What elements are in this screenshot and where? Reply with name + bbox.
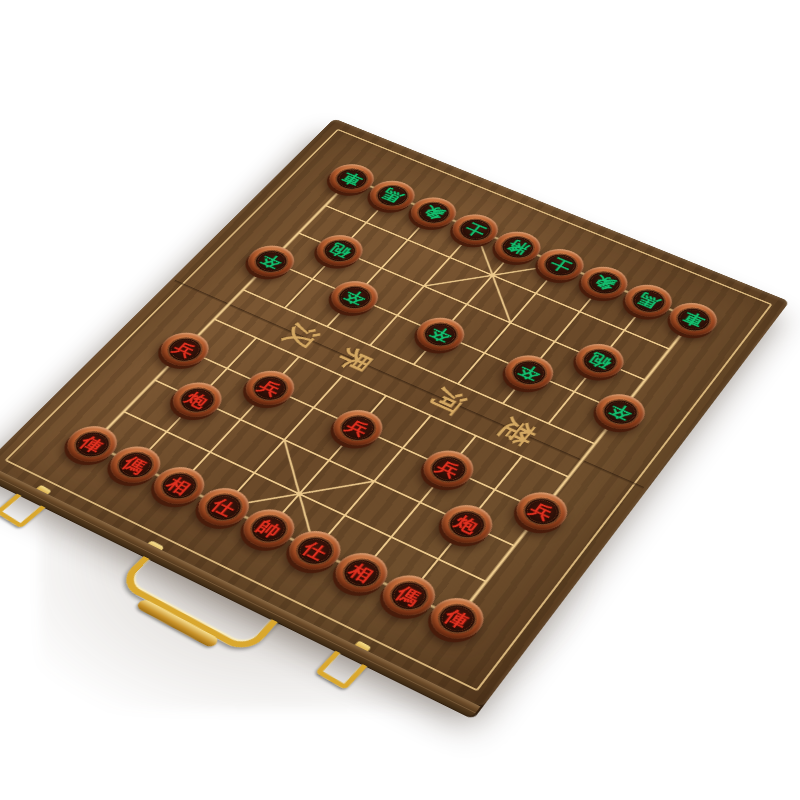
piece-character: 帥 <box>253 517 284 540</box>
piece-face: 俥 <box>431 598 483 639</box>
piece-face: 兵 <box>517 492 567 530</box>
piece-face: 炮 <box>442 505 493 543</box>
piece-character: 卒 <box>606 401 635 422</box>
piece-character: 象 <box>420 203 447 221</box>
piece-character: 卒 <box>341 287 369 306</box>
piece-face: 將 <box>495 232 540 263</box>
piece-character: 仕 <box>299 539 330 562</box>
piece-face: 炮 <box>173 382 222 417</box>
piece-character: 兵 <box>434 458 464 480</box>
piece-face: 兵 <box>333 410 382 445</box>
piece-face: 仕 <box>198 488 249 526</box>
piece-character: 相 <box>164 474 195 496</box>
piece-face: 兵 <box>246 371 295 405</box>
piece-face: 馬 <box>370 181 415 210</box>
latch-post <box>34 485 52 498</box>
piece-character: 傌 <box>120 454 150 476</box>
piece-face: 卒 <box>331 281 378 313</box>
piece-character: 仕 <box>208 496 239 519</box>
piece-character: 象 <box>590 273 617 292</box>
piece-character: 傌 <box>393 583 424 607</box>
piece-character: 兵 <box>170 339 199 359</box>
piece-face: 砲 <box>317 235 363 266</box>
piece-face: 傌 <box>383 575 435 615</box>
piece-character: 卒 <box>515 362 544 382</box>
piece-character: 車 <box>338 170 365 187</box>
piece-face: 車 <box>670 303 716 336</box>
piece-face: 兵 <box>161 333 209 366</box>
piece-face: 象 <box>581 267 627 299</box>
piece-face: 車 <box>329 164 374 193</box>
piece-character: 砲 <box>326 241 354 259</box>
piece-face: 卒 <box>417 318 464 351</box>
piece-face: 卒 <box>505 355 553 389</box>
piece-character: 砲 <box>585 351 613 371</box>
piece-face: 相 <box>154 467 205 504</box>
piece-character: 俥 <box>441 606 472 630</box>
piece-face: 兵 <box>424 451 474 487</box>
piece-character: 士 <box>547 255 574 274</box>
piece-character: 相 <box>346 561 377 585</box>
piece-character: 車 <box>679 309 707 329</box>
piece-face: 士 <box>453 214 498 244</box>
piece-face: 象 <box>411 197 456 227</box>
piece-character: 士 <box>462 220 489 238</box>
piece-face: 卒 <box>596 394 644 429</box>
piece-character: 馬 <box>635 291 663 310</box>
piece-character: 卒 <box>426 324 454 344</box>
latch-post <box>353 641 372 655</box>
handle-mount <box>142 540 165 556</box>
piece-character: 馬 <box>379 187 406 205</box>
piece-face: 仕 <box>289 531 341 570</box>
piece-character: 卒 <box>257 252 285 271</box>
piece-character: 炮 <box>183 389 213 410</box>
piece-character: 兵 <box>527 500 557 523</box>
piece-character: 炮 <box>452 513 482 536</box>
piece-character: 將 <box>504 238 531 256</box>
piece-face: 相 <box>336 553 388 592</box>
product-photo-scene: 車馬象士將士象馬車砲砲卒卒卒卒卒兵兵兵兵兵炮炮俥傌相仕帥仕相傌俥 汉界河楚 <box>0 0 800 800</box>
piece-face: 卒 <box>248 246 294 277</box>
piece-face: 帥 <box>243 509 294 547</box>
piece-face: 砲 <box>576 344 623 378</box>
piece-character: 俥 <box>77 433 107 454</box>
piece-character: 兵 <box>255 378 284 399</box>
piece-character: 兵 <box>343 417 373 438</box>
piece-face: 士 <box>538 249 584 280</box>
piece-face: 馬 <box>625 285 671 317</box>
